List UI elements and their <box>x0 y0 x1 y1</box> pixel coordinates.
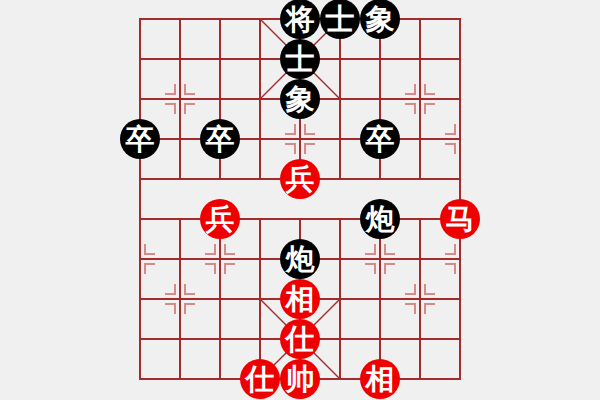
black-soldier[interactable]: 卒 <box>360 119 400 159</box>
red-horse[interactable]: 马 <box>440 199 480 239</box>
black-general[interactable]: 将 <box>280 0 320 39</box>
red-advisor[interactable]: 仕 <box>280 319 320 359</box>
red-soldier[interactable]: 兵 <box>200 199 240 239</box>
red-elephant[interactable]: 相 <box>280 279 320 319</box>
black-soldier[interactable]: 卒 <box>200 119 240 159</box>
black-cannon[interactable]: 炮 <box>280 239 320 279</box>
black-advisor[interactable]: 士 <box>320 0 360 39</box>
black-advisor[interactable]: 士 <box>280 39 320 79</box>
xiangqi-board: 将士象士象卒卒卒兵兵炮马炮相仕仕帅相 <box>0 0 600 400</box>
black-soldier[interactable]: 卒 <box>120 119 160 159</box>
red-general[interactable]: 帅 <box>280 359 320 399</box>
black-cannon[interactable]: 炮 <box>360 199 400 239</box>
black-elephant[interactable]: 象 <box>280 79 320 119</box>
red-elephant[interactable]: 相 <box>360 359 400 399</box>
pieces-layer: 将士象士象卒卒卒兵兵炮马炮相仕仕帅相 <box>0 0 600 400</box>
red-soldier[interactable]: 兵 <box>280 159 320 199</box>
black-elephant[interactable]: 象 <box>360 0 400 39</box>
red-advisor[interactable]: 仕 <box>240 359 280 399</box>
